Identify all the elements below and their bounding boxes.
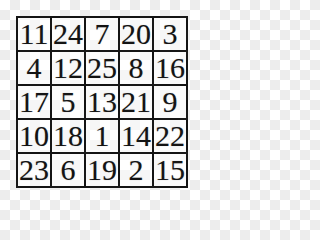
- grid-cell: 6: [51, 153, 85, 187]
- grid-cell: 11: [17, 17, 51, 51]
- grid-cell: 19: [85, 153, 119, 187]
- grid-cell: 15: [153, 153, 187, 187]
- grid-cell: 7: [85, 17, 119, 51]
- grid-cell: 25: [85, 51, 119, 85]
- grid-cell: 17: [17, 85, 51, 119]
- grid-cell: 14: [119, 119, 153, 153]
- grid-cell: 13: [85, 85, 119, 119]
- grid-cell: 9: [153, 85, 187, 119]
- grid-cell: 16: [153, 51, 187, 85]
- grid-cell: 2: [119, 153, 153, 187]
- grid-cell: 3: [153, 17, 187, 51]
- grid-cell: 4: [17, 51, 51, 85]
- grid-cell: 5: [51, 85, 85, 119]
- grid-cell: 23: [17, 153, 51, 187]
- grid-cell: 24: [51, 17, 85, 51]
- magic-square-board: 1124720341225816175132191018114222361921…: [16, 16, 188, 188]
- grid-cell: 10: [17, 119, 51, 153]
- grid-cell: 12: [51, 51, 85, 85]
- grid-cell: 18: [51, 119, 85, 153]
- grid-cell: 20: [119, 17, 153, 51]
- grid-cell: 22: [153, 119, 187, 153]
- grid-cell: 1: [85, 119, 119, 153]
- grid-cell: 8: [119, 51, 153, 85]
- grid-cell: 21: [119, 85, 153, 119]
